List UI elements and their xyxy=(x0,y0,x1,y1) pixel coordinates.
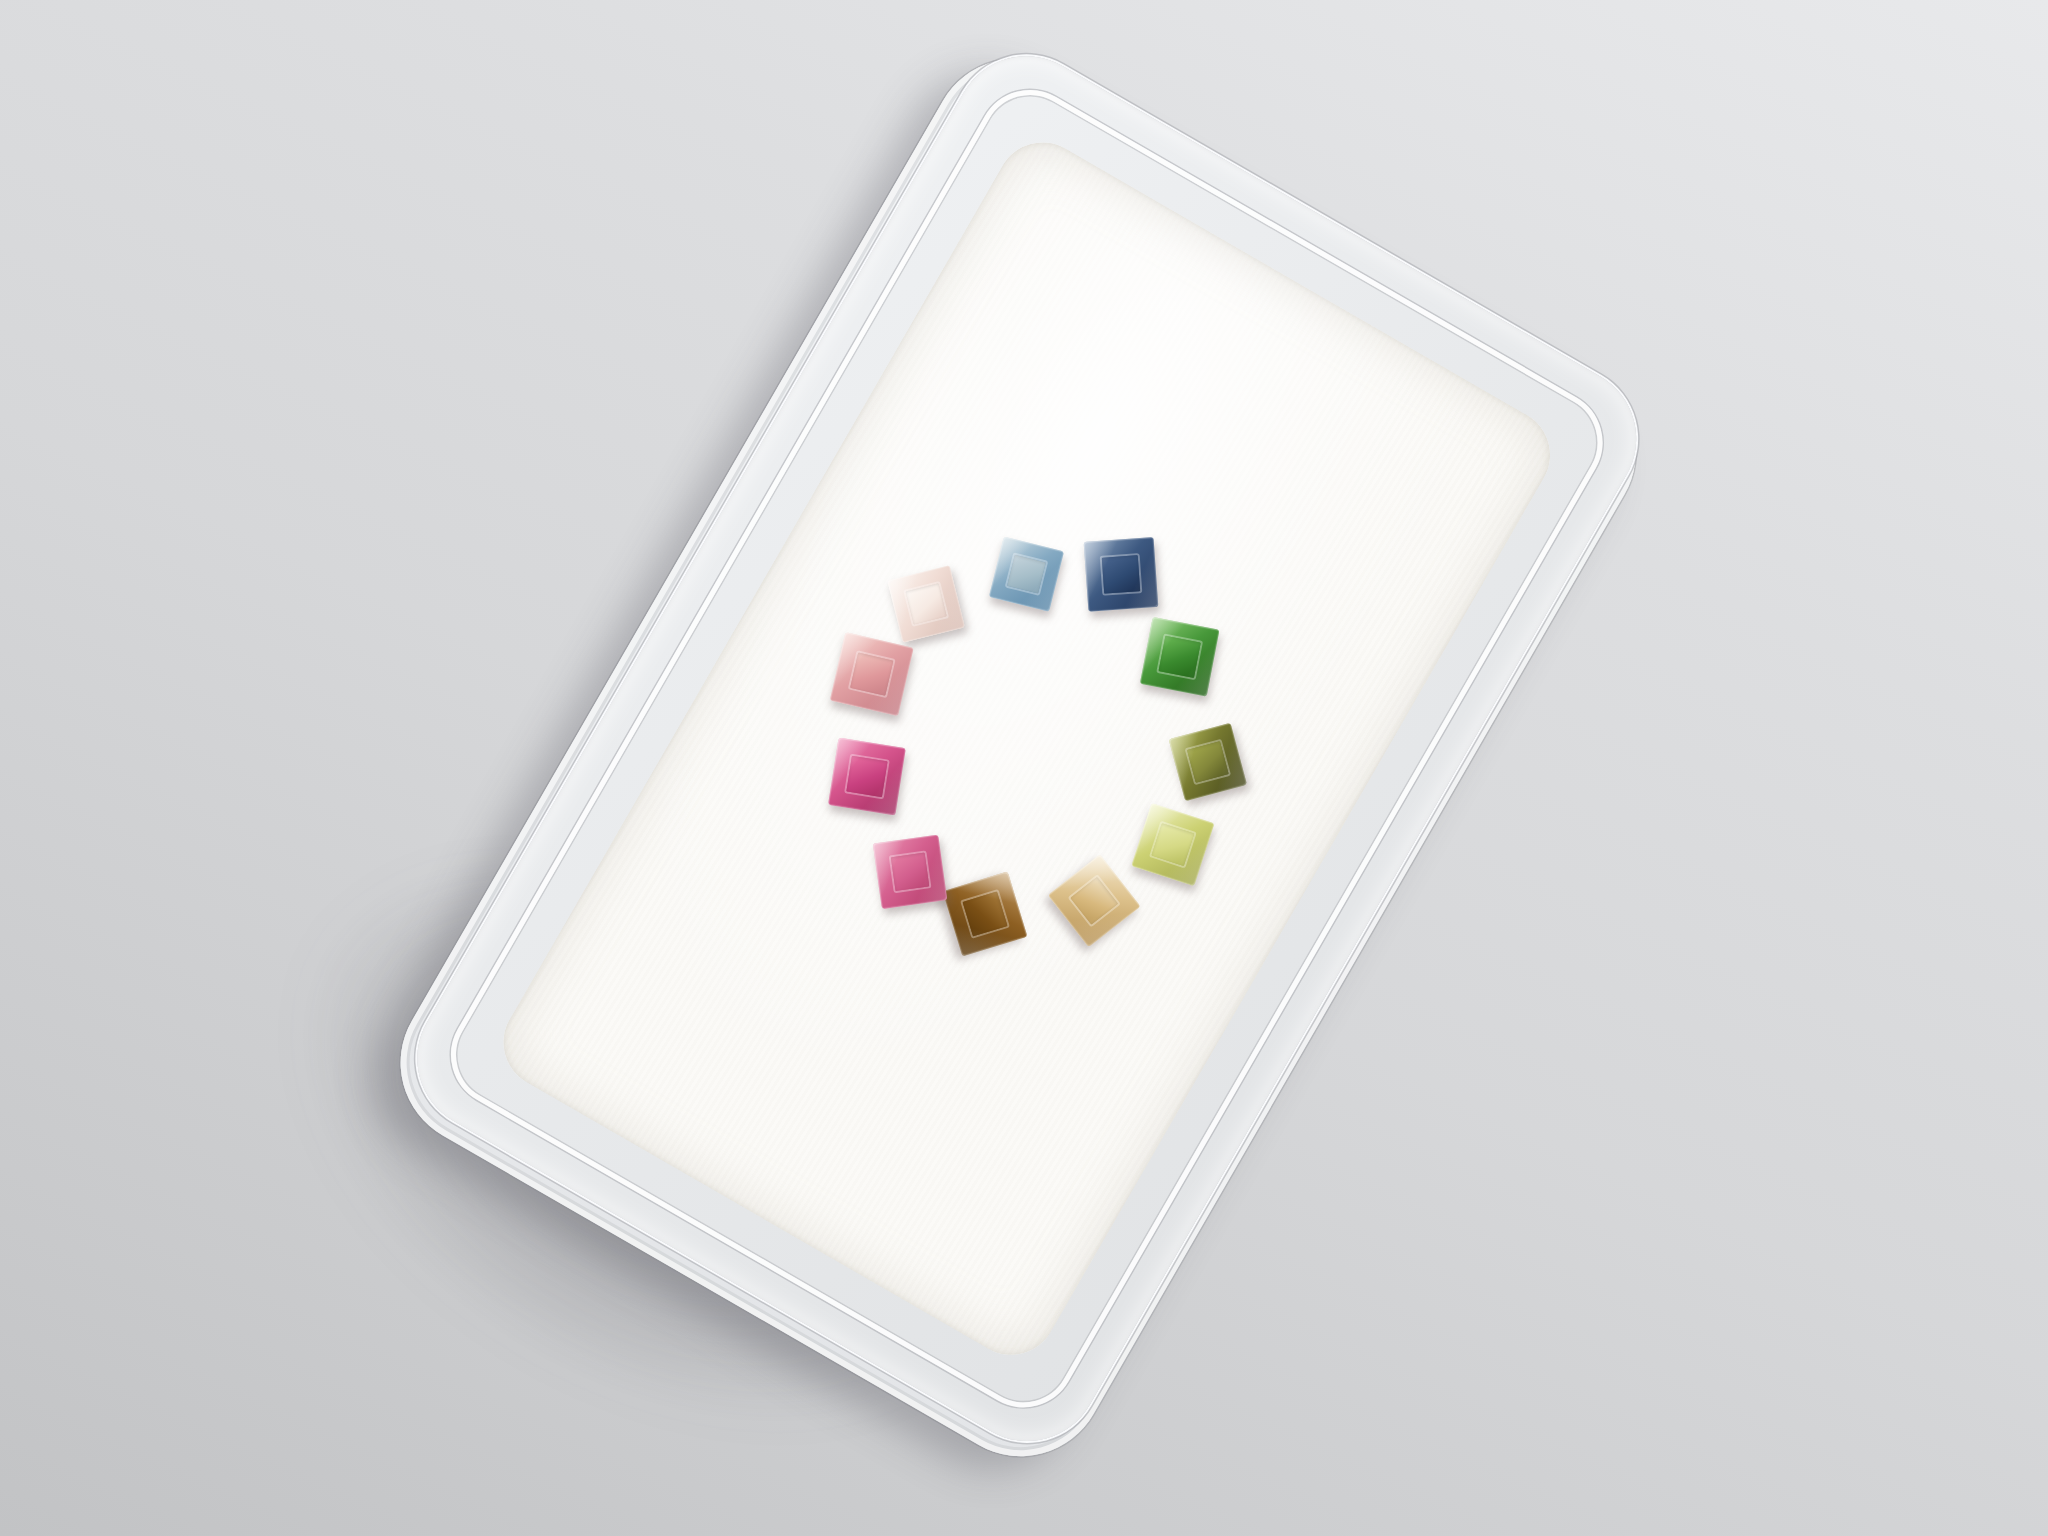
gem-raspberry-pink xyxy=(873,835,948,910)
gem-yellow-green xyxy=(1131,803,1214,886)
gem-table-facet xyxy=(1187,742,1228,783)
photo-stage xyxy=(0,0,2048,1536)
gem-table-facet xyxy=(850,652,894,696)
gem-hot-pink xyxy=(828,738,906,816)
gem-table-facet xyxy=(1007,555,1046,594)
gem-chrome-green xyxy=(1140,617,1220,697)
gem-table-facet xyxy=(1159,636,1200,677)
gem-table-facet xyxy=(963,892,1007,936)
gem-salmon-pink xyxy=(830,632,914,716)
gem-table-facet xyxy=(891,852,930,891)
gem-table-facet xyxy=(906,584,946,624)
gem-table-facet xyxy=(1102,555,1141,594)
gem-champagne xyxy=(1048,854,1141,947)
gem-cognac-brown xyxy=(943,871,1028,956)
gem-table-facet xyxy=(847,756,887,796)
gem-aqua-blue xyxy=(989,537,1064,612)
gem-indigo-blue xyxy=(1084,537,1159,612)
gem-table-facet xyxy=(1070,877,1118,925)
gem-olive-green xyxy=(1169,723,1247,801)
gem-table-facet xyxy=(1151,823,1194,866)
gem-pale-pink xyxy=(887,565,965,643)
